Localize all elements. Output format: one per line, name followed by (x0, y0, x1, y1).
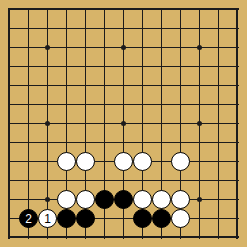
intersection (38, 171, 57, 190)
intersection (228, 228, 247, 247)
intersection (76, 114, 95, 133)
intersection (95, 133, 114, 152)
intersection (95, 95, 114, 114)
intersection (190, 190, 209, 209)
white-stone (57, 190, 76, 209)
star-point (197, 45, 202, 50)
intersection (133, 171, 152, 190)
intersection (57, 190, 76, 209)
intersection (171, 0, 190, 19)
intersection (19, 133, 38, 152)
intersection (19, 190, 38, 209)
intersection (0, 228, 19, 247)
intersection (114, 76, 133, 95)
intersection (152, 95, 171, 114)
intersection (95, 190, 114, 209)
intersection (19, 152, 38, 171)
intersection (57, 19, 76, 38)
intersection (152, 19, 171, 38)
intersection (171, 114, 190, 133)
intersection (57, 57, 76, 76)
intersection (190, 171, 209, 190)
intersection (171, 76, 190, 95)
intersection (95, 171, 114, 190)
intersection (38, 57, 57, 76)
intersection (190, 0, 209, 19)
intersection (190, 38, 209, 57)
intersection (114, 190, 133, 209)
black-stone (76, 209, 95, 228)
intersection (133, 95, 152, 114)
intersection (171, 57, 190, 76)
intersection (209, 0, 228, 19)
intersection (171, 228, 190, 247)
intersection (0, 0, 19, 19)
intersection (209, 228, 228, 247)
intersection (0, 171, 19, 190)
star-point (45, 45, 50, 50)
intersection (152, 152, 171, 171)
intersection (209, 76, 228, 95)
intersection (38, 0, 57, 19)
intersection (57, 209, 76, 228)
white-stone (152, 190, 171, 209)
intersection (171, 38, 190, 57)
intersection (57, 152, 76, 171)
intersection (38, 133, 57, 152)
intersection (57, 38, 76, 57)
intersection (38, 95, 57, 114)
star-point (197, 121, 202, 126)
intersection (171, 190, 190, 209)
intersection (76, 228, 95, 247)
intersection (19, 114, 38, 133)
intersection (19, 171, 38, 190)
intersection (95, 0, 114, 19)
intersection (19, 95, 38, 114)
intersection (209, 152, 228, 171)
intersection (0, 57, 19, 76)
intersection (95, 19, 114, 38)
intersection (114, 171, 133, 190)
intersection (38, 38, 57, 57)
intersection (0, 133, 19, 152)
intersection (152, 133, 171, 152)
intersection (171, 133, 190, 152)
move-number: 1 (44, 213, 51, 225)
white-stone (171, 152, 190, 171)
intersection (19, 76, 38, 95)
intersection (95, 114, 114, 133)
intersection (209, 19, 228, 38)
star-point (121, 121, 126, 126)
star-point (121, 45, 126, 50)
intersection (114, 95, 133, 114)
intersection (228, 76, 247, 95)
black-stone (95, 190, 114, 209)
intersection (152, 38, 171, 57)
intersection (57, 0, 76, 19)
intersection (133, 57, 152, 76)
intersection (95, 209, 114, 228)
intersection (57, 76, 76, 95)
intersection (76, 152, 95, 171)
intersection (95, 76, 114, 95)
white-stone (171, 209, 190, 228)
intersection (190, 114, 209, 133)
intersection (76, 76, 95, 95)
intersection (95, 228, 114, 247)
intersection (228, 95, 247, 114)
intersection (228, 0, 247, 19)
intersection (190, 76, 209, 95)
intersection (133, 228, 152, 247)
white-stone (57, 152, 76, 171)
intersection (38, 19, 57, 38)
white-stone (76, 190, 95, 209)
intersection (171, 209, 190, 228)
intersection (0, 152, 19, 171)
intersection (38, 152, 57, 171)
intersection (76, 133, 95, 152)
intersection (76, 38, 95, 57)
intersection (209, 190, 228, 209)
intersection (114, 133, 133, 152)
intersection (228, 171, 247, 190)
intersection (38, 76, 57, 95)
intersection (0, 95, 19, 114)
white-stone (133, 152, 152, 171)
intersection (190, 19, 209, 38)
white-stone (171, 190, 190, 209)
intersection (0, 76, 19, 95)
intersection (19, 228, 38, 247)
intersection (95, 38, 114, 57)
intersection: 2 (19, 209, 38, 228)
intersection (133, 19, 152, 38)
intersection (133, 152, 152, 171)
intersection (190, 57, 209, 76)
intersection (57, 114, 76, 133)
white-stone (76, 152, 95, 171)
intersection (76, 190, 95, 209)
intersection (228, 133, 247, 152)
intersection (95, 57, 114, 76)
intersection (171, 19, 190, 38)
intersection (171, 171, 190, 190)
intersection (95, 152, 114, 171)
intersection (76, 171, 95, 190)
intersection (114, 57, 133, 76)
intersection (76, 209, 95, 228)
intersection (171, 95, 190, 114)
intersection (152, 114, 171, 133)
intersection (19, 19, 38, 38)
intersection (133, 76, 152, 95)
intersection (152, 171, 171, 190)
intersection (152, 76, 171, 95)
intersection (228, 152, 247, 171)
intersection (190, 152, 209, 171)
star-point (45, 197, 50, 202)
star-point (197, 197, 202, 202)
intersection (190, 228, 209, 247)
intersection (0, 209, 19, 228)
intersection (133, 38, 152, 57)
intersection (38, 190, 57, 209)
intersection (152, 0, 171, 19)
intersection (228, 209, 247, 228)
intersection (19, 0, 38, 19)
intersection (152, 57, 171, 76)
intersection (228, 190, 247, 209)
intersection (133, 0, 152, 19)
intersection (152, 228, 171, 247)
intersection (114, 152, 133, 171)
white-stone (133, 190, 152, 209)
intersection (0, 19, 19, 38)
intersection (76, 0, 95, 19)
white-stone (114, 152, 133, 171)
intersection (114, 38, 133, 57)
intersection (57, 228, 76, 247)
intersection (228, 38, 247, 57)
intersection (57, 95, 76, 114)
intersection (209, 133, 228, 152)
intersection (152, 209, 171, 228)
intersection (57, 171, 76, 190)
intersection (0, 114, 19, 133)
go-board: 21 (0, 0, 247, 247)
go-diagram: 21 (0, 0, 247, 247)
black-stone (57, 209, 76, 228)
intersection (38, 114, 57, 133)
star-point (45, 121, 50, 126)
intersection (209, 95, 228, 114)
intersection (152, 190, 171, 209)
intersection (114, 0, 133, 19)
intersection (76, 57, 95, 76)
intersection (209, 38, 228, 57)
intersection (19, 57, 38, 76)
intersection: 1 (38, 209, 57, 228)
intersection (0, 38, 19, 57)
intersection (114, 19, 133, 38)
intersection (38, 228, 57, 247)
intersection (76, 19, 95, 38)
intersection (133, 209, 152, 228)
intersection (114, 209, 133, 228)
black-stone: 2 (19, 209, 38, 228)
intersection (190, 95, 209, 114)
intersection (133, 114, 152, 133)
intersection (209, 114, 228, 133)
intersection (209, 57, 228, 76)
black-stone (114, 190, 133, 209)
intersection (19, 38, 38, 57)
intersection (76, 95, 95, 114)
intersection (228, 57, 247, 76)
intersection (228, 114, 247, 133)
intersection (114, 228, 133, 247)
intersection (228, 19, 247, 38)
intersection (114, 114, 133, 133)
intersection (209, 171, 228, 190)
move-number: 2 (25, 213, 32, 225)
intersection (57, 133, 76, 152)
white-stone: 1 (38, 209, 57, 228)
intersection (190, 209, 209, 228)
intersection (171, 152, 190, 171)
intersection (133, 190, 152, 209)
intersection (0, 190, 19, 209)
intersection (190, 133, 209, 152)
intersection (133, 133, 152, 152)
black-stone (152, 209, 171, 228)
intersection (209, 209, 228, 228)
black-stone (133, 209, 152, 228)
